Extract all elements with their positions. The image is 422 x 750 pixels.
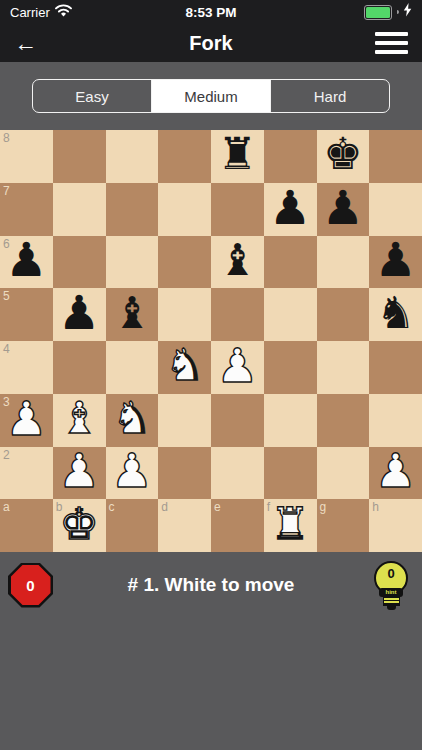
square-a6[interactable]: 6♟ <box>0 236 53 289</box>
wifi-icon <box>55 3 72 21</box>
file-label: g <box>320 500 327 514</box>
file-label: d <box>161 500 168 514</box>
square-h3[interactable] <box>369 394 422 447</box>
square-b7[interactable] <box>53 183 106 236</box>
square-a2[interactable]: 2 <box>0 447 53 500</box>
square-b4[interactable] <box>53 341 106 394</box>
square-h6[interactable]: ♟ <box>369 236 422 289</box>
square-g1[interactable]: g <box>317 499 370 552</box>
square-b1[interactable]: b♚ <box>53 499 106 552</box>
background-filler <box>0 618 422 750</box>
rank-label: 8 <box>3 131 10 145</box>
mistakes-counter-octagon: 0 <box>8 563 53 608</box>
page-title: Fork <box>0 32 422 55</box>
square-h1[interactable]: h <box>369 499 422 552</box>
square-d7[interactable] <box>158 183 211 236</box>
status-left: Carrier <box>10 3 72 21</box>
file-label: e <box>214 500 221 514</box>
hint-button[interactable]: 0 hint <box>368 561 414 610</box>
square-h8[interactable] <box>369 130 422 183</box>
square-a3[interactable]: 3♟ <box>0 394 53 447</box>
rank-label: 2 <box>3 448 10 462</box>
square-d6[interactable] <box>158 236 211 289</box>
difficulty-segmented-control: Easy Medium Hard <box>32 79 390 113</box>
hint-label: hint <box>379 588 403 597</box>
piece-white-pawn[interactable]: ♟ <box>58 447 100 494</box>
square-b8[interactable] <box>53 130 106 183</box>
tab-medium[interactable]: Medium <box>151 80 270 112</box>
difficulty-tab-area: Easy Medium Hard <box>0 62 422 130</box>
rank-label: 7 <box>3 184 10 198</box>
square-h4[interactable] <box>369 341 422 394</box>
piece-white-pawn[interactable]: ♟ <box>375 447 417 494</box>
square-a5[interactable]: 5 <box>0 288 53 341</box>
rank-label: 4 <box>3 342 10 356</box>
piece-black-pawn[interactable]: ♟ <box>269 184 311 231</box>
square-c5[interactable]: ♝ <box>106 288 159 341</box>
square-f4[interactable] <box>264 341 317 394</box>
square-e5[interactable] <box>211 288 264 341</box>
square-e2[interactable] <box>211 447 264 500</box>
square-f8[interactable] <box>264 130 317 183</box>
piece-white-rook[interactable]: ♜ <box>270 502 309 546</box>
square-g7[interactable]: ♟ <box>317 183 370 236</box>
square-c3[interactable]: ♞ <box>106 394 159 447</box>
piece-white-knight[interactable]: ♞ <box>165 343 204 387</box>
hamburger-menu-icon[interactable] <box>375 28 408 58</box>
piece-black-pawn[interactable]: ♟ <box>58 289 100 336</box>
square-g6[interactable] <box>317 236 370 289</box>
piece-white-bishop[interactable]: ♝ <box>59 396 98 440</box>
battery-nub <box>397 10 399 14</box>
square-a7[interactable]: 7 <box>0 183 53 236</box>
piece-black-rook[interactable]: ♜ <box>218 132 257 176</box>
square-f3[interactable] <box>264 394 317 447</box>
square-g8[interactable]: ♚ <box>317 130 370 183</box>
square-d1[interactable]: d <box>158 499 211 552</box>
carrier-label: Carrier <box>10 5 50 20</box>
square-b2[interactable]: ♟ <box>53 447 106 500</box>
chess-board: 8♜♚7♟♟6♟♝♟5♟♝♞4♞♟3♟♝♞2♟♟♟ab♚cdef♜gh <box>0 130 422 552</box>
battery-icon <box>364 5 392 20</box>
square-h5[interactable]: ♞ <box>369 288 422 341</box>
piece-white-pawn[interactable]: ♟ <box>5 395 47 442</box>
status-right <box>364 3 412 21</box>
piece-white-king[interactable]: ♚ <box>59 502 98 546</box>
square-g4[interactable] <box>317 341 370 394</box>
square-a4[interactable]: 4 <box>0 341 53 394</box>
square-g2[interactable] <box>317 447 370 500</box>
bulb-tip <box>387 606 396 610</box>
square-e8[interactable]: ♜ <box>211 130 264 183</box>
puzzle-info-bar: 0 # 1. White to move 0 hint <box>0 552 422 618</box>
back-button[interactable]: ← <box>14 32 37 55</box>
square-e4[interactable]: ♟ <box>211 341 264 394</box>
piece-black-pawn[interactable]: ♟ <box>322 184 364 231</box>
square-g5[interactable] <box>317 288 370 341</box>
square-b3[interactable]: ♝ <box>53 394 106 447</box>
mistakes-count: 0 <box>11 565 51 605</box>
square-e3[interactable] <box>211 394 264 447</box>
puzzle-status-text: # 1. White to move <box>0 574 422 596</box>
piece-black-king[interactable]: ♚ <box>323 132 362 176</box>
square-f5[interactable] <box>264 288 317 341</box>
square-f2[interactable] <box>264 447 317 500</box>
square-f1[interactable]: f♜ <box>264 499 317 552</box>
file-label: c <box>109 500 115 514</box>
file-label: h <box>372 500 379 514</box>
square-c4[interactable] <box>106 341 159 394</box>
bulb-base <box>383 597 400 606</box>
status-bar: Carrier 8:53 PM <box>0 0 422 24</box>
square-d8[interactable] <box>158 130 211 183</box>
square-e7[interactable] <box>211 183 264 236</box>
piece-black-bishop[interactable]: ♝ <box>218 238 257 282</box>
rank-label: 5 <box>3 289 10 303</box>
piece-black-knight[interactable]: ♞ <box>376 291 415 335</box>
square-d5[interactable] <box>158 288 211 341</box>
square-c7[interactable] <box>106 183 159 236</box>
header: ← Fork <box>0 24 422 62</box>
square-d3[interactable] <box>158 394 211 447</box>
square-a1[interactable]: a <box>0 499 53 552</box>
square-h2[interactable]: ♟ <box>369 447 422 500</box>
square-e6[interactable]: ♝ <box>211 236 264 289</box>
piece-black-bishop[interactable]: ♝ <box>112 291 151 335</box>
square-b6[interactable] <box>53 236 106 289</box>
square-f7[interactable]: ♟ <box>264 183 317 236</box>
square-h7[interactable] <box>369 183 422 236</box>
square-d2[interactable] <box>158 447 211 500</box>
square-a8[interactable]: 8 <box>0 130 53 183</box>
square-c6[interactable] <box>106 236 159 289</box>
charging-bolt-icon <box>403 3 412 21</box>
piece-white-knight[interactable]: ♞ <box>112 396 151 440</box>
piece-black-pawn[interactable]: ♟ <box>375 236 417 283</box>
piece-white-pawn[interactable]: ♟ <box>216 342 258 389</box>
tab-hard[interactable]: Hard <box>270 80 389 112</box>
square-e1[interactable]: e <box>211 499 264 552</box>
app-screen: Carrier 8:53 PM ← Fork <box>0 0 422 750</box>
square-f6[interactable] <box>264 236 317 289</box>
square-c8[interactable] <box>106 130 159 183</box>
square-c1[interactable]: c <box>106 499 159 552</box>
piece-white-pawn[interactable]: ♟ <box>111 447 153 494</box>
tab-easy[interactable]: Easy <box>33 80 151 112</box>
square-b5[interactable]: ♟ <box>53 288 106 341</box>
square-g3[interactable] <box>317 394 370 447</box>
square-c2[interactable]: ♟ <box>106 447 159 500</box>
piece-black-pawn[interactable]: ♟ <box>5 236 47 283</box>
file-label: a <box>3 500 10 514</box>
square-d4[interactable]: ♞ <box>158 341 211 394</box>
